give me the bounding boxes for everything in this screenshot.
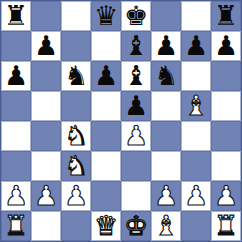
square-e6[interactable]: ♝ [121, 61, 151, 91]
white-rook[interactable]: ♜ [214, 211, 238, 241]
square-e7[interactable]: ♝ [121, 31, 151, 61]
square-b6[interactable] [31, 61, 61, 91]
square-d2[interactable] [91, 181, 121, 211]
square-g2[interactable]: ♟ [181, 181, 211, 211]
square-f4[interactable] [151, 121, 181, 151]
square-h8[interactable]: ♜ [211, 1, 241, 31]
square-c1[interactable] [61, 211, 91, 241]
white-pawn[interactable]: ♟ [124, 121, 148, 151]
square-a8[interactable]: ♜ [1, 1, 31, 31]
square-g4[interactable] [181, 121, 211, 151]
square-a2[interactable]: ♟ [1, 181, 31, 211]
square-g8[interactable] [181, 1, 211, 31]
white-pawn[interactable]: ♟ [4, 181, 28, 211]
square-a5[interactable] [1, 91, 31, 121]
white-king[interactable]: ♚ [124, 211, 148, 241]
square-g6[interactable] [181, 61, 211, 91]
black-rook[interactable]: ♜ [214, 1, 238, 31]
black-pawn[interactable]: ♟ [34, 31, 58, 61]
square-f6[interactable]: ♞ [151, 61, 181, 91]
square-a3[interactable] [1, 151, 31, 181]
square-a6[interactable]: ♟ [1, 61, 31, 91]
square-g3[interactable] [181, 151, 211, 181]
black-pawn[interactable]: ♟ [94, 61, 118, 91]
square-e5[interactable]: ♟ [121, 91, 151, 121]
white-knight[interactable]: ♞ [64, 121, 88, 151]
square-h1[interactable]: ♜ [211, 211, 241, 241]
white-pawn[interactable]: ♟ [64, 181, 88, 211]
square-f2[interactable]: ♟ [151, 181, 181, 211]
square-a7[interactable] [1, 31, 31, 61]
square-c4[interactable]: ♞ [61, 121, 91, 151]
square-h4[interactable] [211, 121, 241, 151]
square-c6[interactable]: ♞ [61, 61, 91, 91]
square-b3[interactable] [31, 151, 61, 181]
square-h2[interactable]: ♟ [211, 181, 241, 211]
square-e1[interactable]: ♚ [121, 211, 151, 241]
square-b7[interactable]: ♟ [31, 31, 61, 61]
square-e8[interactable]: ♚ [121, 1, 151, 31]
square-b1[interactable] [31, 211, 61, 241]
black-pawn[interactable]: ♟ [214, 31, 238, 61]
square-e4[interactable]: ♟ [121, 121, 151, 151]
black-pawn[interactable]: ♟ [124, 91, 148, 121]
square-h5[interactable] [211, 91, 241, 121]
square-b8[interactable] [31, 1, 61, 31]
square-a1[interactable]: ♜ [1, 211, 31, 241]
white-pawn[interactable]: ♟ [154, 181, 178, 211]
white-pawn[interactable]: ♟ [214, 181, 238, 211]
square-d6[interactable]: ♟ [91, 61, 121, 91]
square-c8[interactable] [61, 1, 91, 31]
black-bishop[interactable]: ♝ [124, 31, 148, 61]
white-bishop[interactable]: ♝ [154, 211, 178, 241]
square-e3[interactable] [121, 151, 151, 181]
white-pawn[interactable]: ♟ [184, 181, 208, 211]
square-d4[interactable] [91, 121, 121, 151]
square-f3[interactable] [151, 151, 181, 181]
black-bishop[interactable]: ♝ [124, 61, 148, 91]
square-b5[interactable] [31, 91, 61, 121]
square-f1[interactable]: ♝ [151, 211, 181, 241]
chess-board-wrapper: ♜♛♚♜♟♝♟♟♟♟♞♟♝♞♟♝♞♟♞♟♟♟♟♟♟♜♛♚♝♜ [0, 0, 242, 242]
square-c7[interactable] [61, 31, 91, 61]
square-f8[interactable] [151, 1, 181, 31]
black-rook[interactable]: ♜ [4, 1, 28, 31]
square-d3[interactable] [91, 151, 121, 181]
square-h7[interactable]: ♟ [211, 31, 241, 61]
square-d8[interactable]: ♛ [91, 1, 121, 31]
black-pawn[interactable]: ♟ [154, 31, 178, 61]
chess-board: ♜♛♚♜♟♝♟♟♟♟♞♟♝♞♟♝♞♟♞♟♟♟♟♟♟♜♛♚♝♜ [0, 0, 242, 242]
square-c5[interactable] [61, 91, 91, 121]
black-pawn[interactable]: ♟ [184, 31, 208, 61]
white-pawn[interactable]: ♟ [34, 181, 58, 211]
white-queen[interactable]: ♛ [94, 211, 118, 241]
square-b4[interactable] [31, 121, 61, 151]
black-queen[interactable]: ♛ [94, 1, 118, 31]
square-a4[interactable] [1, 121, 31, 151]
square-e2[interactable] [121, 181, 151, 211]
white-bishop[interactable]: ♝ [184, 91, 208, 121]
square-g7[interactable]: ♟ [181, 31, 211, 61]
white-rook[interactable]: ♜ [4, 211, 28, 241]
white-knight[interactable]: ♞ [64, 151, 88, 181]
square-g1[interactable] [181, 211, 211, 241]
square-d5[interactable] [91, 91, 121, 121]
square-f7[interactable]: ♟ [151, 31, 181, 61]
square-c3[interactable]: ♞ [61, 151, 91, 181]
square-g5[interactable]: ♝ [181, 91, 211, 121]
black-knight[interactable]: ♞ [64, 61, 88, 91]
black-king[interactable]: ♚ [124, 1, 148, 31]
square-f5[interactable] [151, 91, 181, 121]
square-c2[interactable]: ♟ [61, 181, 91, 211]
square-h3[interactable] [211, 151, 241, 181]
square-d7[interactable] [91, 31, 121, 61]
square-h6[interactable] [211, 61, 241, 91]
black-knight[interactable]: ♞ [154, 61, 178, 91]
square-b2[interactable]: ♟ [31, 181, 61, 211]
square-d1[interactable]: ♛ [91, 211, 121, 241]
black-pawn[interactable]: ♟ [4, 61, 28, 91]
